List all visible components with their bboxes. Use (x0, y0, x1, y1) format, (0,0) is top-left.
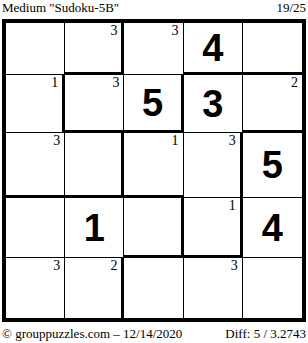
cell-r5c3 (124, 258, 183, 318)
corner-mark: 3 (229, 134, 236, 148)
puzzle-counter: 19/25 (276, 1, 306, 15)
cell-r2c4: 3 (184, 75, 243, 133)
corner-mark: 3 (53, 134, 60, 148)
given-digit: 3 (202, 85, 223, 123)
cell-r5c4: 3 (184, 258, 243, 318)
cell-r4c5: 4 (243, 198, 302, 258)
cell-r3c5: 5 (243, 133, 302, 198)
puzzle-title: Medium "Sudoku-5B" (2, 1, 119, 15)
given-digit: 1 (84, 209, 105, 247)
cell-r4c3 (124, 198, 183, 258)
cell-r2c2: 3 (65, 75, 124, 133)
cell-r2c5: 2 (243, 75, 302, 133)
corner-mark: 3 (110, 24, 117, 38)
given-digit: 4 (202, 29, 223, 67)
cell-r5c1: 3 (6, 258, 65, 318)
given-digit: 4 (262, 209, 283, 247)
corner-mark: 2 (291, 76, 298, 90)
cell-r4c1 (6, 198, 65, 258)
cell-r3c3: 1 (124, 133, 183, 198)
cell-r2c3: 5 (124, 75, 183, 133)
cell-r4c4: 1 (184, 198, 243, 258)
copyright-text: © grouppuzzles.com – 12/14/2020 (2, 326, 182, 341)
difficulty-text: Diff: 5 / 3.2743 (225, 326, 306, 341)
puzzle-page: Medium "Sudoku-5B" 19/25 334135323135114… (0, 0, 308, 343)
corner-mark: 3 (172, 24, 179, 38)
given-digit: 5 (262, 146, 283, 184)
corner-mark: 2 (110, 259, 117, 273)
corner-mark: 1 (229, 199, 236, 213)
cell-r1c2: 3 (65, 23, 124, 75)
corner-mark: 1 (51, 76, 58, 90)
corner-mark: 1 (172, 134, 179, 148)
cell-r1c3: 3 (124, 23, 183, 75)
cell-r5c2: 2 (65, 258, 124, 318)
cell-r4c2: 1 (65, 198, 124, 258)
cell-r1c4: 4 (184, 23, 243, 75)
cell-r1c5 (243, 23, 302, 75)
cell-r1c1 (6, 23, 65, 75)
corner-mark: 3 (53, 259, 60, 273)
corner-mark: 3 (112, 76, 119, 90)
sudoku-grid: 334135323135114323 (2, 19, 306, 322)
cell-r3c2 (65, 133, 124, 198)
cell-r3c1: 3 (6, 133, 65, 198)
cell-r3c4: 3 (184, 133, 243, 198)
given-digit: 5 (142, 84, 163, 122)
corner-mark: 3 (231, 259, 238, 273)
cell-r5c5 (243, 258, 302, 318)
cell-r2c1: 1 (6, 75, 65, 133)
